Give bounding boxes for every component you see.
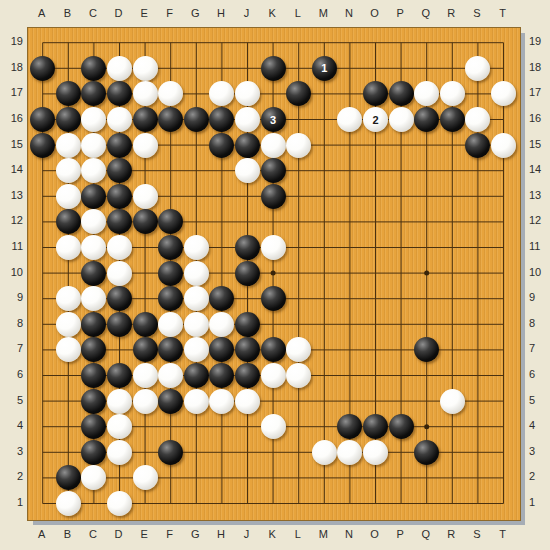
- coord-top-D: D: [115, 7, 123, 20]
- coord-right-8: 8: [529, 317, 550, 330]
- coord-top-J: J: [244, 7, 250, 20]
- coord-top-T: T: [499, 7, 506, 20]
- stone-S15[interactable]: [465, 133, 490, 158]
- stone-D18[interactable]: [107, 56, 132, 81]
- coord-top-A: A: [38, 7, 45, 20]
- stone-A18[interactable]: [30, 56, 55, 81]
- coord-right-1: 1: [529, 496, 550, 509]
- coord-left-14: 14: [1, 163, 23, 176]
- stone-G6[interactable]: [184, 363, 209, 388]
- coord-right-5: 5: [529, 394, 550, 407]
- coord-bottom-T: T: [499, 528, 506, 541]
- coord-left-6: 6: [1, 368, 23, 381]
- coord-left-19: 19: [1, 35, 23, 48]
- stone-C10[interactable]: [81, 261, 106, 286]
- stone-K13[interactable]: [261, 184, 286, 209]
- stone-F8[interactable]: [158, 312, 183, 337]
- stone-P16[interactable]: [389, 107, 414, 132]
- coord-bottom-Q: Q: [421, 528, 430, 541]
- stone-J6[interactable]: [235, 363, 260, 388]
- stone-E13[interactable]: [133, 184, 158, 209]
- stone-K9[interactable]: [261, 286, 286, 311]
- stone-F10[interactable]: [158, 261, 183, 286]
- stone-G8[interactable]: [184, 312, 209, 337]
- coord-bottom-M: M: [319, 528, 328, 541]
- stone-E15[interactable]: [133, 133, 158, 158]
- stone-E16[interactable]: [133, 107, 158, 132]
- coord-right-17: 17: [529, 86, 550, 99]
- stone-A15[interactable]: [30, 133, 55, 158]
- stone-E2[interactable]: [133, 465, 158, 490]
- coord-left-13: 13: [1, 189, 23, 202]
- go-board[interactable]: 132: [27, 27, 521, 521]
- coord-left-17: 17: [1, 86, 23, 99]
- coord-left-9: 9: [1, 291, 23, 304]
- stone-B14[interactable]: [56, 158, 81, 183]
- stone-D11[interactable]: [107, 235, 132, 260]
- coord-top-C: C: [89, 7, 97, 20]
- coord-bottom-C: C: [89, 528, 97, 541]
- coord-bottom-J: J: [244, 528, 250, 541]
- stone-E18[interactable]: [133, 56, 158, 81]
- coord-right-2: 2: [529, 470, 550, 483]
- stone-C15[interactable]: [81, 133, 106, 158]
- stone-B15[interactable]: [56, 133, 81, 158]
- stone-B13[interactable]: [56, 184, 81, 209]
- coord-right-3: 3: [529, 445, 550, 458]
- stone-Q3[interactable]: [414, 440, 439, 465]
- coord-bottom-O: O: [370, 528, 379, 541]
- coord-bottom-R: R: [447, 528, 455, 541]
- stone-P17[interactable]: [389, 81, 414, 106]
- coord-top-L: L: [295, 7, 301, 20]
- stone-J10[interactable]: [235, 261, 260, 286]
- coord-left-18: 18: [1, 61, 23, 74]
- coord-top-R: R: [447, 7, 455, 20]
- stone-E12[interactable]: [133, 209, 158, 234]
- stone-K14[interactable]: [261, 158, 286, 183]
- stone-B8[interactable]: [56, 312, 81, 337]
- coord-right-18: 18: [529, 61, 550, 74]
- coord-bottom-G: G: [191, 528, 200, 541]
- stone-D10[interactable]: [107, 261, 132, 286]
- coord-left-1: 1: [1, 496, 23, 509]
- coord-left-3: 3: [1, 445, 23, 458]
- stone-H5[interactable]: [209, 389, 234, 414]
- coord-right-10: 10: [529, 266, 550, 279]
- stone-K7[interactable]: [261, 337, 286, 362]
- stone-B1[interactable]: [56, 491, 81, 516]
- stone-J8[interactable]: [235, 312, 260, 337]
- coord-bottom-N: N: [345, 528, 353, 541]
- coord-top-B: B: [64, 7, 71, 20]
- coord-left-5: 5: [1, 394, 23, 407]
- stone-E8[interactable]: [133, 312, 158, 337]
- coord-right-11: 11: [529, 240, 550, 253]
- coord-bottom-E: E: [140, 528, 147, 541]
- stone-J5[interactable]: [235, 389, 260, 414]
- stone-G10[interactable]: [184, 261, 209, 286]
- stone-K16[interactable]: 3: [261, 107, 286, 132]
- star-point-K10: [271, 271, 276, 276]
- go-diagram-screenshot: { "game": "go", "board": { "size": 19, "…: [0, 0, 550, 550]
- stone-G16[interactable]: [184, 107, 209, 132]
- stone-O16[interactable]: 2: [363, 107, 388, 132]
- stone-K15[interactable]: [261, 133, 286, 158]
- coord-top-H: H: [217, 7, 225, 20]
- coord-top-E: E: [140, 7, 147, 20]
- stone-J11[interactable]: [235, 235, 260, 260]
- coord-top-K: K: [268, 7, 275, 20]
- stone-M3[interactable]: [312, 440, 337, 465]
- stone-F5[interactable]: [158, 389, 183, 414]
- coord-right-14: 14: [529, 163, 550, 176]
- coord-top-S: S: [473, 7, 480, 20]
- stone-R16[interactable]: [440, 107, 465, 132]
- star-point-Q10: [424, 271, 429, 276]
- stone-L15[interactable]: [286, 133, 311, 158]
- stone-E5[interactable]: [133, 389, 158, 414]
- star-point-Q4: [424, 424, 429, 429]
- coord-left-8: 8: [1, 317, 23, 330]
- coord-top-N: N: [345, 7, 353, 20]
- coord-bottom-D: D: [115, 528, 123, 541]
- coord-left-16: 16: [1, 112, 23, 125]
- stone-G9[interactable]: [184, 286, 209, 311]
- stone-C5[interactable]: [81, 389, 106, 414]
- coord-bottom-H: H: [217, 528, 225, 541]
- stone-D8[interactable]: [107, 312, 132, 337]
- coord-left-4: 4: [1, 419, 23, 432]
- stone-D16[interactable]: [107, 107, 132, 132]
- move-number-label: 3: [261, 107, 286, 132]
- coord-right-15: 15: [529, 138, 550, 151]
- coord-right-9: 9: [529, 291, 550, 304]
- move-number-label: 1: [312, 56, 337, 81]
- stone-J16[interactable]: [235, 107, 260, 132]
- stone-G5[interactable]: [184, 389, 209, 414]
- stone-K6[interactable]: [261, 363, 286, 388]
- coord-bottom-F: F: [166, 528, 173, 541]
- coord-top-M: M: [319, 7, 328, 20]
- coord-right-7: 7: [529, 342, 550, 355]
- coord-right-4: 4: [529, 419, 550, 432]
- coord-right-19: 19: [529, 35, 550, 48]
- stone-O3[interactable]: [363, 440, 388, 465]
- coord-right-12: 12: [529, 214, 550, 227]
- coord-bottom-K: K: [268, 528, 275, 541]
- stone-P4[interactable]: [389, 414, 414, 439]
- coord-left-11: 11: [1, 240, 23, 253]
- stone-D13[interactable]: [107, 184, 132, 209]
- stone-B9[interactable]: [56, 286, 81, 311]
- stone-K18[interactable]: [261, 56, 286, 81]
- stone-D5[interactable]: [107, 389, 132, 414]
- stone-B11[interactable]: [56, 235, 81, 260]
- coord-left-12: 12: [1, 214, 23, 227]
- stone-K4[interactable]: [261, 414, 286, 439]
- stone-J15[interactable]: [235, 133, 260, 158]
- coord-right-16: 16: [529, 112, 550, 125]
- stone-E6[interactable]: [133, 363, 158, 388]
- coord-right-13: 13: [529, 189, 550, 202]
- stone-T15[interactable]: [491, 133, 516, 158]
- coord-bottom-P: P: [396, 528, 403, 541]
- coord-bottom-B: B: [64, 528, 71, 541]
- coord-top-O: O: [370, 7, 379, 20]
- stone-E7[interactable]: [133, 337, 158, 362]
- stone-F3[interactable]: [158, 440, 183, 465]
- coord-top-G: G: [191, 7, 200, 20]
- stone-K11[interactable]: [261, 235, 286, 260]
- coord-bottom-S: S: [473, 528, 480, 541]
- stone-D15[interactable]: [107, 133, 132, 158]
- stone-D3[interactable]: [107, 440, 132, 465]
- coord-left-10: 10: [1, 266, 23, 279]
- coord-top-P: P: [396, 7, 403, 20]
- coord-left-15: 15: [1, 138, 23, 151]
- coord-top-F: F: [166, 7, 173, 20]
- move-number-label: 2: [363, 107, 388, 132]
- stone-M18[interactable]: 1: [312, 56, 337, 81]
- stone-E17[interactable]: [133, 81, 158, 106]
- stone-B16[interactable]: [56, 107, 81, 132]
- stone-D6[interactable]: [107, 363, 132, 388]
- coord-right-6: 6: [529, 368, 550, 381]
- coord-bottom-L: L: [295, 528, 301, 541]
- coord-bottom-A: A: [38, 528, 45, 541]
- coord-left-7: 7: [1, 342, 23, 355]
- coord-top-Q: Q: [421, 7, 430, 20]
- coord-left-2: 2: [1, 470, 23, 483]
- stone-H15[interactable]: [209, 133, 234, 158]
- stone-G11[interactable]: [184, 235, 209, 260]
- stone-R5[interactable]: [440, 389, 465, 414]
- stone-D1[interactable]: [107, 491, 132, 516]
